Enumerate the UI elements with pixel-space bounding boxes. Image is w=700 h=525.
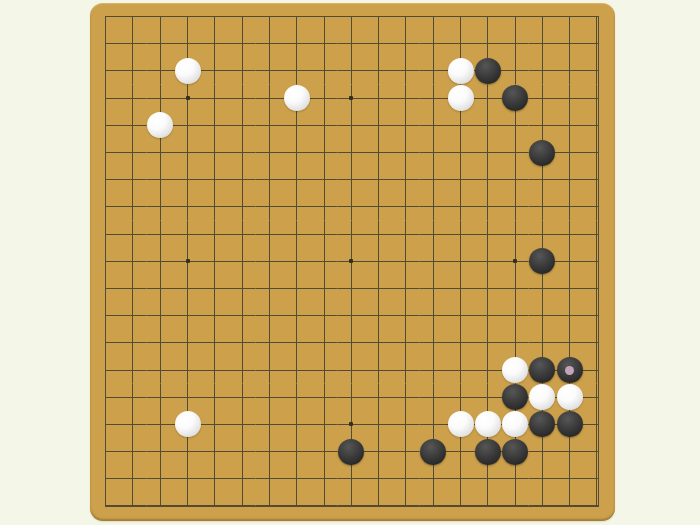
intersection[interactable] (256, 275, 283, 302)
intersection[interactable] (228, 356, 255, 383)
intersection[interactable] (228, 411, 255, 438)
intersection[interactable] (474, 384, 501, 411)
intersection[interactable] (228, 438, 255, 465)
intersection[interactable] (92, 85, 119, 112)
intersection[interactable] (119, 411, 146, 438)
intersection[interactable] (365, 492, 392, 519)
intersection[interactable] (228, 492, 255, 519)
intersection[interactable] (420, 57, 447, 84)
intersection[interactable] (174, 356, 201, 383)
intersection[interactable] (174, 384, 201, 411)
intersection[interactable] (256, 302, 283, 329)
intersection[interactable] (92, 384, 119, 411)
intersection[interactable] (338, 112, 365, 139)
intersection[interactable] (201, 139, 228, 166)
intersection[interactable] (147, 438, 174, 465)
intersection[interactable] (174, 221, 201, 248)
intersection[interactable] (310, 57, 337, 84)
intersection[interactable] (201, 30, 228, 57)
intersection[interactable] (501, 302, 528, 329)
intersection[interactable] (256, 329, 283, 356)
intersection[interactable] (420, 492, 447, 519)
intersection[interactable] (338, 302, 365, 329)
intersection[interactable] (556, 112, 583, 139)
intersection[interactable] (474, 112, 501, 139)
intersection[interactable] (201, 248, 228, 275)
intersection[interactable] (147, 85, 174, 112)
intersection[interactable] (228, 275, 255, 302)
intersection[interactable] (447, 329, 474, 356)
intersection[interactable] (365, 57, 392, 84)
intersection[interactable] (310, 411, 337, 438)
intersection[interactable] (147, 193, 174, 220)
intersection[interactable] (420, 112, 447, 139)
intersection[interactable] (228, 3, 255, 30)
intersection[interactable] (147, 248, 174, 275)
intersection[interactable] (201, 57, 228, 84)
intersection[interactable] (392, 30, 419, 57)
intersection[interactable] (529, 356, 556, 383)
intersection[interactable] (92, 193, 119, 220)
intersection[interactable] (474, 3, 501, 30)
intersection[interactable] (583, 384, 610, 411)
intersection[interactable] (147, 57, 174, 84)
intersection[interactable] (583, 492, 610, 519)
intersection[interactable] (447, 221, 474, 248)
intersection[interactable] (256, 465, 283, 492)
intersection[interactable] (174, 3, 201, 30)
intersection[interactable] (338, 275, 365, 302)
intersection[interactable] (392, 438, 419, 465)
intersection[interactable] (338, 329, 365, 356)
intersection[interactable] (92, 465, 119, 492)
intersection[interactable] (338, 30, 365, 57)
intersection[interactable] (201, 275, 228, 302)
intersection[interactable] (228, 57, 255, 84)
intersection[interactable] (529, 139, 556, 166)
intersection[interactable] (420, 384, 447, 411)
intersection[interactable] (256, 221, 283, 248)
intersection[interactable] (228, 193, 255, 220)
intersection[interactable] (392, 221, 419, 248)
intersection[interactable] (92, 166, 119, 193)
intersection[interactable] (365, 193, 392, 220)
intersection[interactable] (201, 492, 228, 519)
intersection[interactable] (174, 411, 201, 438)
intersection[interactable] (228, 166, 255, 193)
intersection[interactable] (147, 302, 174, 329)
intersection[interactable] (92, 248, 119, 275)
intersection[interactable] (392, 302, 419, 329)
intersection[interactable] (501, 193, 528, 220)
intersection[interactable] (119, 139, 146, 166)
intersection[interactable] (92, 329, 119, 356)
intersection[interactable] (310, 112, 337, 139)
intersection[interactable] (147, 275, 174, 302)
intersection[interactable] (420, 221, 447, 248)
intersection[interactable] (420, 275, 447, 302)
intersection[interactable] (392, 57, 419, 84)
intersection[interactable] (119, 438, 146, 465)
intersection[interactable] (201, 302, 228, 329)
intersection[interactable] (501, 384, 528, 411)
intersection[interactable] (447, 492, 474, 519)
intersection[interactable] (310, 3, 337, 30)
intersection[interactable] (501, 221, 528, 248)
intersection[interactable] (174, 302, 201, 329)
intersection[interactable] (283, 438, 310, 465)
intersection[interactable] (447, 275, 474, 302)
intersection[interactable] (338, 411, 365, 438)
intersection[interactable] (283, 112, 310, 139)
intersection[interactable] (310, 356, 337, 383)
intersection[interactable] (365, 302, 392, 329)
intersection[interactable] (310, 465, 337, 492)
intersection[interactable] (501, 411, 528, 438)
intersection[interactable] (420, 356, 447, 383)
intersection[interactable] (420, 3, 447, 30)
intersection[interactable] (310, 221, 337, 248)
intersection[interactable] (392, 492, 419, 519)
intersection[interactable] (420, 139, 447, 166)
intersection[interactable] (529, 248, 556, 275)
intersection[interactable] (147, 492, 174, 519)
intersection[interactable] (119, 30, 146, 57)
intersection[interactable] (338, 193, 365, 220)
intersection[interactable] (556, 248, 583, 275)
intersection[interactable] (447, 3, 474, 30)
intersection[interactable] (365, 248, 392, 275)
intersection[interactable] (529, 85, 556, 112)
intersection[interactable] (365, 139, 392, 166)
intersection[interactable] (556, 492, 583, 519)
intersection[interactable] (365, 465, 392, 492)
intersection[interactable] (420, 302, 447, 329)
intersection[interactable] (447, 30, 474, 57)
intersection[interactable] (256, 438, 283, 465)
intersection[interactable] (201, 221, 228, 248)
intersection[interactable] (365, 221, 392, 248)
intersection[interactable] (174, 166, 201, 193)
intersection[interactable] (119, 193, 146, 220)
intersection[interactable] (365, 275, 392, 302)
intersection[interactable] (119, 166, 146, 193)
intersection[interactable] (529, 193, 556, 220)
intersection[interactable] (256, 3, 283, 30)
intersection[interactable] (583, 139, 610, 166)
intersection[interactable] (310, 139, 337, 166)
intersection[interactable] (392, 356, 419, 383)
intersection[interactable] (147, 329, 174, 356)
intersection[interactable] (310, 85, 337, 112)
intersection[interactable] (583, 193, 610, 220)
intersection[interactable] (119, 221, 146, 248)
intersection[interactable] (283, 221, 310, 248)
intersection[interactable] (501, 492, 528, 519)
intersection[interactable] (283, 30, 310, 57)
intersection[interactable] (174, 438, 201, 465)
intersection[interactable] (338, 85, 365, 112)
intersection[interactable] (501, 139, 528, 166)
intersection[interactable] (529, 112, 556, 139)
intersection[interactable] (529, 384, 556, 411)
intersection[interactable] (310, 166, 337, 193)
intersection[interactable] (174, 248, 201, 275)
intersection[interactable] (338, 166, 365, 193)
intersection[interactable] (447, 248, 474, 275)
intersection[interactable] (420, 465, 447, 492)
intersection[interactable] (447, 384, 474, 411)
intersection[interactable] (147, 112, 174, 139)
intersection[interactable] (583, 356, 610, 383)
intersection[interactable] (556, 465, 583, 492)
intersection[interactable] (556, 302, 583, 329)
intersection[interactable] (174, 139, 201, 166)
intersection[interactable] (310, 384, 337, 411)
intersection[interactable] (283, 139, 310, 166)
intersection[interactable] (392, 166, 419, 193)
intersection[interactable] (310, 329, 337, 356)
intersection[interactable] (529, 492, 556, 519)
intersection[interactable] (392, 193, 419, 220)
intersection[interactable] (256, 139, 283, 166)
intersection[interactable] (529, 30, 556, 57)
intersection[interactable] (119, 329, 146, 356)
intersection[interactable] (583, 302, 610, 329)
intersection[interactable] (529, 438, 556, 465)
intersection[interactable] (310, 193, 337, 220)
intersection[interactable] (365, 329, 392, 356)
intersection[interactable] (119, 248, 146, 275)
intersection[interactable] (556, 166, 583, 193)
intersection[interactable] (365, 384, 392, 411)
intersection[interactable] (474, 221, 501, 248)
intersection[interactable] (119, 302, 146, 329)
intersection[interactable] (201, 166, 228, 193)
intersection[interactable] (92, 411, 119, 438)
intersection[interactable] (256, 30, 283, 57)
intersection[interactable] (283, 465, 310, 492)
intersection[interactable] (310, 438, 337, 465)
intersection[interactable] (583, 57, 610, 84)
intersection[interactable] (583, 30, 610, 57)
intersection[interactable] (501, 438, 528, 465)
intersection[interactable] (556, 193, 583, 220)
intersection[interactable] (256, 384, 283, 411)
intersection[interactable] (365, 166, 392, 193)
intersection[interactable] (501, 112, 528, 139)
intersection[interactable] (147, 411, 174, 438)
intersection[interactable] (283, 248, 310, 275)
intersection[interactable] (474, 85, 501, 112)
intersection[interactable] (338, 384, 365, 411)
intersection[interactable] (201, 438, 228, 465)
intersection[interactable] (92, 438, 119, 465)
intersection[interactable] (283, 411, 310, 438)
intersection[interactable] (119, 492, 146, 519)
intersection[interactable] (392, 275, 419, 302)
intersection[interactable] (147, 30, 174, 57)
intersection[interactable] (529, 221, 556, 248)
intersection[interactable] (583, 411, 610, 438)
intersection[interactable] (201, 411, 228, 438)
intersection[interactable] (338, 356, 365, 383)
intersection[interactable] (283, 302, 310, 329)
intersection[interactable] (119, 384, 146, 411)
intersection[interactable] (256, 492, 283, 519)
intersection[interactable] (583, 85, 610, 112)
intersection[interactable] (583, 221, 610, 248)
intersection[interactable] (256, 85, 283, 112)
intersection[interactable] (201, 3, 228, 30)
intersection[interactable] (529, 302, 556, 329)
intersection[interactable] (556, 356, 583, 383)
intersection[interactable] (174, 465, 201, 492)
intersection[interactable] (501, 275, 528, 302)
intersection[interactable] (228, 302, 255, 329)
intersection[interactable] (174, 30, 201, 57)
intersection[interactable] (365, 411, 392, 438)
intersection[interactable] (529, 411, 556, 438)
intersection[interactable] (392, 465, 419, 492)
intersection[interactable] (474, 248, 501, 275)
intersection[interactable] (556, 384, 583, 411)
intersection[interactable] (583, 438, 610, 465)
intersection[interactable] (556, 329, 583, 356)
intersection[interactable] (119, 465, 146, 492)
intersection[interactable] (256, 57, 283, 84)
intersection[interactable] (474, 356, 501, 383)
intersection[interactable] (174, 275, 201, 302)
intersection[interactable] (283, 3, 310, 30)
intersection[interactable] (283, 85, 310, 112)
intersection[interactable] (174, 329, 201, 356)
intersection[interactable] (474, 438, 501, 465)
intersection[interactable] (365, 85, 392, 112)
intersection[interactable] (501, 3, 528, 30)
intersection[interactable] (474, 57, 501, 84)
intersection[interactable] (420, 438, 447, 465)
intersection[interactable] (529, 329, 556, 356)
intersection[interactable] (365, 356, 392, 383)
intersection[interactable] (529, 3, 556, 30)
intersection[interactable] (256, 193, 283, 220)
intersection[interactable] (529, 465, 556, 492)
intersection[interactable] (556, 139, 583, 166)
intersection[interactable] (447, 57, 474, 84)
intersection[interactable] (256, 411, 283, 438)
intersection[interactable] (474, 166, 501, 193)
intersection[interactable] (338, 248, 365, 275)
intersection[interactable] (92, 112, 119, 139)
intersection[interactable] (501, 30, 528, 57)
intersection[interactable] (228, 85, 255, 112)
intersection[interactable] (474, 139, 501, 166)
intersection[interactable] (147, 356, 174, 383)
intersection[interactable] (447, 302, 474, 329)
intersection[interactable] (201, 112, 228, 139)
intersection[interactable] (501, 248, 528, 275)
intersection[interactable] (201, 356, 228, 383)
intersection[interactable] (201, 193, 228, 220)
intersection[interactable] (365, 112, 392, 139)
intersection[interactable] (174, 492, 201, 519)
intersection[interactable] (310, 275, 337, 302)
intersection[interactable] (92, 3, 119, 30)
intersection[interactable] (556, 411, 583, 438)
intersection[interactable] (174, 57, 201, 84)
intersection[interactable] (447, 465, 474, 492)
intersection[interactable] (283, 166, 310, 193)
intersection[interactable] (583, 166, 610, 193)
intersection[interactable] (392, 85, 419, 112)
intersection[interactable] (174, 193, 201, 220)
intersection[interactable] (447, 438, 474, 465)
intersection[interactable] (338, 465, 365, 492)
intersection[interactable] (474, 30, 501, 57)
intersection[interactable] (228, 221, 255, 248)
intersection[interactable] (529, 57, 556, 84)
intersection[interactable] (501, 166, 528, 193)
intersection[interactable] (447, 85, 474, 112)
intersection[interactable] (392, 248, 419, 275)
intersection[interactable] (201, 85, 228, 112)
intersection[interactable] (420, 30, 447, 57)
intersection[interactable] (474, 492, 501, 519)
intersection[interactable] (392, 411, 419, 438)
intersection[interactable] (501, 85, 528, 112)
intersection[interactable] (283, 329, 310, 356)
intersection[interactable] (228, 30, 255, 57)
intersection[interactable] (447, 139, 474, 166)
intersection[interactable] (338, 221, 365, 248)
intersection[interactable] (447, 166, 474, 193)
intersection[interactable] (556, 221, 583, 248)
intersection[interactable] (583, 465, 610, 492)
intersection[interactable] (365, 438, 392, 465)
intersection[interactable] (119, 112, 146, 139)
intersection[interactable] (283, 193, 310, 220)
intersection[interactable] (147, 221, 174, 248)
intersection[interactable] (174, 85, 201, 112)
intersection[interactable] (283, 275, 310, 302)
intersection[interactable] (201, 329, 228, 356)
intersection[interactable] (119, 85, 146, 112)
intersection[interactable] (283, 356, 310, 383)
intersection[interactable] (338, 492, 365, 519)
intersection[interactable] (583, 275, 610, 302)
intersection[interactable] (338, 57, 365, 84)
intersection[interactable] (92, 302, 119, 329)
intersection[interactable] (447, 411, 474, 438)
intersection[interactable] (529, 166, 556, 193)
intersection[interactable] (256, 248, 283, 275)
intersection[interactable] (474, 411, 501, 438)
intersection[interactable] (228, 329, 255, 356)
intersection[interactable] (556, 275, 583, 302)
intersection[interactable] (556, 57, 583, 84)
intersection[interactable] (420, 193, 447, 220)
intersection[interactable] (310, 30, 337, 57)
intersection[interactable] (119, 356, 146, 383)
intersection[interactable] (147, 166, 174, 193)
intersection[interactable] (283, 492, 310, 519)
intersection[interactable] (474, 465, 501, 492)
intersection[interactable] (583, 329, 610, 356)
intersection[interactable] (420, 329, 447, 356)
intersection[interactable] (392, 329, 419, 356)
intersection[interactable] (283, 384, 310, 411)
